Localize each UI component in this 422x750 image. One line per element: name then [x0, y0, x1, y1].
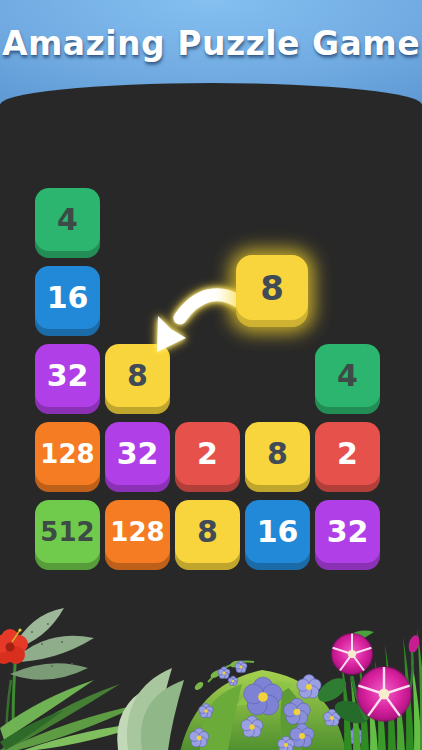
tile-8[interactable]: 8 — [175, 500, 240, 570]
tile-2[interactable]: 2 — [315, 422, 380, 492]
tile-2[interactable]: 2 — [175, 422, 240, 492]
tile-4[interactable]: 4 — [35, 188, 100, 258]
tile-32[interactable]: 32 — [315, 500, 380, 570]
pale-leaf-cluster — [117, 668, 184, 750]
tile-128[interactable]: 128 — [35, 422, 100, 492]
tile-16[interactable]: 16 — [245, 500, 310, 570]
tile-512[interactable]: 512 — [35, 500, 100, 570]
tile-32[interactable]: 32 — [35, 344, 100, 414]
floating-tile[interactable]: 8 — [236, 255, 308, 327]
tile-8[interactable]: 8 — [245, 422, 310, 492]
bottom-flora-decoration — [0, 590, 422, 750]
tile-8[interactable]: 8 — [105, 344, 170, 414]
tile-32[interactable]: 32 — [105, 422, 170, 492]
floating-tile-value: 8 — [260, 268, 284, 308]
tile-128[interactable]: 128 — [105, 500, 170, 570]
app-screen: Amazing Puzzle Game — [0, 0, 422, 750]
tile-16[interactable]: 16 — [35, 266, 100, 336]
tile-4[interactable]: 4 — [315, 344, 380, 414]
